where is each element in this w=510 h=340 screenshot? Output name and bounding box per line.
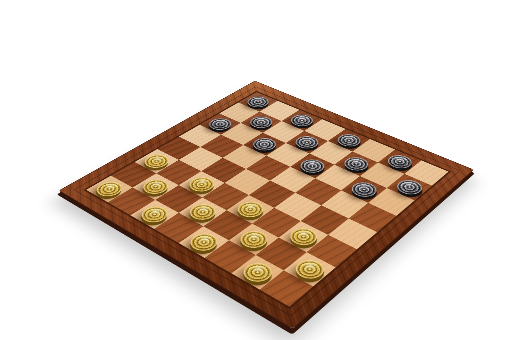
- board-grid: [86, 92, 448, 307]
- checkers-board-frame: [59, 81, 475, 329]
- scene: [0, 0, 510, 340]
